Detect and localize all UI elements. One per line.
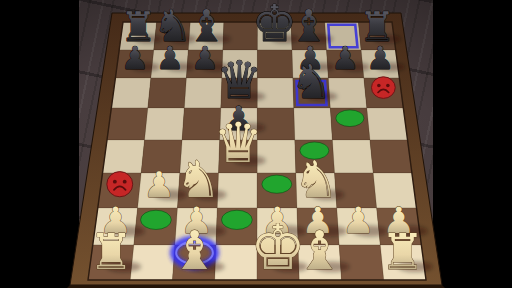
piece-white-pawn-b3[interactable]: ♟ — [143, 164, 175, 205]
piece-black-pawn-g7[interactable]: ♟ — [331, 40, 359, 76]
square-f5[interactable] — [294, 108, 333, 140]
unsafe-move-marker-a3[interactable] — [107, 172, 133, 197]
piece-white-bishop-f1[interactable]: ♝ — [295, 219, 343, 282]
square-a5[interactable] — [107, 108, 148, 140]
square-e5[interactable] — [257, 108, 295, 140]
piece-white-rook-a1[interactable]: ♜ — [89, 223, 134, 281]
square-a6[interactable] — [111, 78, 151, 108]
piece-black-pawn-b7[interactable]: ♟ — [156, 40, 184, 76]
square-h5[interactable] — [367, 108, 408, 140]
piece-black-pawn-a7[interactable]: ♟ — [121, 40, 149, 76]
legal-move-dot-g5[interactable] — [336, 110, 364, 127]
square-b1[interactable] — [130, 245, 175, 280]
frown-eye-icon — [113, 180, 117, 184]
unsafe-move-marker-h6[interactable] — [371, 77, 395, 99]
chess-board[interactable]: ♜♞♝♚♝♜♟♟♟♟♟♟♛♞♟♛♟♞♞♟♟♟♟♟♟♜♝♚♝♜ — [0, 0, 512, 288]
legal-move-dot-e3[interactable] — [262, 175, 292, 193]
legal-move-dot-b2[interactable] — [141, 210, 172, 229]
square-d3[interactable] — [217, 173, 257, 208]
piece-white-bishop-c1[interactable]: ♝ — [170, 219, 218, 282]
square-e4[interactable] — [257, 140, 296, 173]
square-e7[interactable] — [257, 50, 292, 78]
piece-black-pawn-c7[interactable]: ♟ — [191, 40, 219, 76]
legal-move-dot-d2[interactable] — [221, 210, 252, 229]
square-g6[interactable] — [328, 78, 366, 108]
square-a4[interactable] — [103, 140, 145, 173]
piece-black-knight-f6[interactable]: ♞ — [291, 55, 333, 109]
frown-eye-icon — [123, 180, 127, 184]
square-e6[interactable] — [257, 78, 294, 108]
square-h4[interactable] — [370, 140, 412, 173]
square-b5[interactable] — [145, 108, 185, 140]
frown-eye-icon — [386, 84, 390, 88]
piece-black-pawn-h7[interactable]: ♟ — [366, 40, 394, 76]
square-g1[interactable] — [339, 245, 384, 280]
piece-white-rook-h1[interactable]: ♜ — [381, 223, 426, 281]
piece-white-pawn-g2[interactable]: ♟ — [342, 199, 375, 242]
app-screen: ♜♞♝♚♝♜♟♟♟♟♟♟♛♞♟♛♟♞♞♟♟♟♟♟♟♜♝♚♝♜ — [0, 0, 512, 288]
frown-eye-icon — [377, 84, 381, 88]
square-b6[interactable] — [148, 78, 187, 108]
